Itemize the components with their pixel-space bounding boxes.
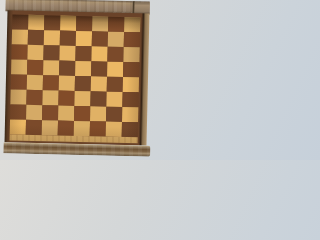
square-g3[interactable] xyxy=(106,92,122,107)
square-g7[interactable] xyxy=(108,32,124,47)
square-d1[interactable] xyxy=(58,121,74,136)
square-c8[interactable] xyxy=(44,15,60,30)
square-g1[interactable] xyxy=(106,122,122,137)
square-c5[interactable] xyxy=(43,60,59,75)
square-f7[interactable] xyxy=(92,31,108,46)
square-f5[interactable] xyxy=(91,61,107,76)
square-d4[interactable] xyxy=(59,76,75,91)
square-b2[interactable] xyxy=(26,105,42,120)
square-a5[interactable] xyxy=(11,59,27,74)
square-g5[interactable] xyxy=(107,62,123,77)
square-c6[interactable] xyxy=(43,45,59,60)
square-c7[interactable] xyxy=(44,30,60,45)
square-a6[interactable] xyxy=(11,44,27,59)
square-b1[interactable] xyxy=(26,120,42,135)
square-f4[interactable] xyxy=(91,76,107,91)
square-g6[interactable] xyxy=(107,47,123,62)
square-h4[interactable] xyxy=(123,77,139,92)
square-a4[interactable] xyxy=(11,74,27,89)
square-f8[interactable] xyxy=(92,16,108,31)
square-g4[interactable] xyxy=(107,77,123,92)
square-h8[interactable] xyxy=(124,17,140,32)
square-e5[interactable] xyxy=(75,61,91,76)
board-bottom-rail xyxy=(3,142,150,156)
square-b4[interactable] xyxy=(27,75,43,90)
square-b7[interactable] xyxy=(28,30,44,45)
square-f3[interactable] xyxy=(90,91,106,106)
square-h6[interactable] xyxy=(123,47,139,62)
square-d6[interactable] xyxy=(59,46,75,61)
wooden-game-board xyxy=(2,0,156,158)
square-d7[interactable] xyxy=(60,31,76,46)
square-c4[interactable] xyxy=(43,75,59,90)
square-h5[interactable] xyxy=(123,62,139,77)
checkerboard xyxy=(10,14,141,137)
square-e3[interactable] xyxy=(74,91,90,106)
square-h1[interactable] xyxy=(122,122,138,137)
square-b6[interactable] xyxy=(27,45,43,60)
square-b5[interactable] xyxy=(27,60,43,75)
square-d2[interactable] xyxy=(58,106,74,121)
square-d8[interactable] xyxy=(60,16,76,31)
square-e8[interactable] xyxy=(76,16,92,31)
square-h2[interactable] xyxy=(122,107,138,122)
square-b3[interactable] xyxy=(26,90,42,105)
square-a1[interactable] xyxy=(10,119,26,134)
square-e7[interactable] xyxy=(76,31,92,46)
square-h3[interactable] xyxy=(122,92,138,107)
square-d5[interactable] xyxy=(59,61,75,76)
square-a7[interactable] xyxy=(12,29,28,44)
square-b8[interactable] xyxy=(28,15,44,30)
square-a2[interactable] xyxy=(10,104,26,119)
square-e2[interactable] xyxy=(74,106,90,121)
square-e4[interactable] xyxy=(75,76,91,91)
square-f1[interactable] xyxy=(90,121,106,136)
square-g2[interactable] xyxy=(106,107,122,122)
square-f6[interactable] xyxy=(91,46,107,61)
square-d3[interactable] xyxy=(58,91,74,106)
square-h7[interactable] xyxy=(124,32,140,47)
square-e1[interactable] xyxy=(74,121,90,136)
square-f2[interactable] xyxy=(90,106,106,121)
square-g8[interactable] xyxy=(108,17,124,32)
square-e6[interactable] xyxy=(75,46,91,61)
square-c2[interactable] xyxy=(42,105,58,120)
square-a8[interactable] xyxy=(12,14,28,29)
square-a3[interactable] xyxy=(10,89,26,104)
square-c3[interactable] xyxy=(42,90,58,105)
square-c1[interactable] xyxy=(42,120,58,135)
